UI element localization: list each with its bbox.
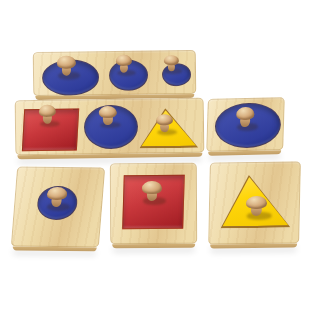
knob-cap [246, 196, 267, 209]
wooden-knob[interactable] [39, 105, 56, 125]
wooden-knob[interactable] [246, 196, 267, 217]
knob-cap [99, 106, 117, 118]
wooden-knob[interactable] [142, 181, 162, 202]
knob-cap [116, 55, 132, 67]
board-graded-circles [33, 50, 197, 96]
wooden-knob[interactable] [116, 55, 132, 74]
knob-cap [164, 55, 179, 65]
wooden-knob[interactable] [57, 56, 76, 77]
wooden-knob[interactable] [156, 114, 173, 133]
wooden-knob[interactable] [236, 107, 255, 128]
board-red-square [110, 163, 197, 244]
board-yellow-triangle [208, 161, 301, 244]
knob-cap [57, 56, 76, 69]
knob-cap [39, 105, 56, 117]
knob-cap [236, 107, 254, 120]
product-photo-stage [0, 0, 310, 310]
knob-cap [142, 181, 162, 194]
knob-cap [156, 114, 173, 126]
wooden-knob[interactable] [99, 106, 117, 126]
knob-cap [47, 187, 68, 200]
board-large-blue-circle [206, 97, 285, 152]
board-small-blue-circle [11, 167, 105, 248]
wooden-knob[interactable] [164, 55, 179, 72]
board-three-shapes [15, 98, 205, 156]
wooden-knob[interactable] [46, 187, 68, 208]
